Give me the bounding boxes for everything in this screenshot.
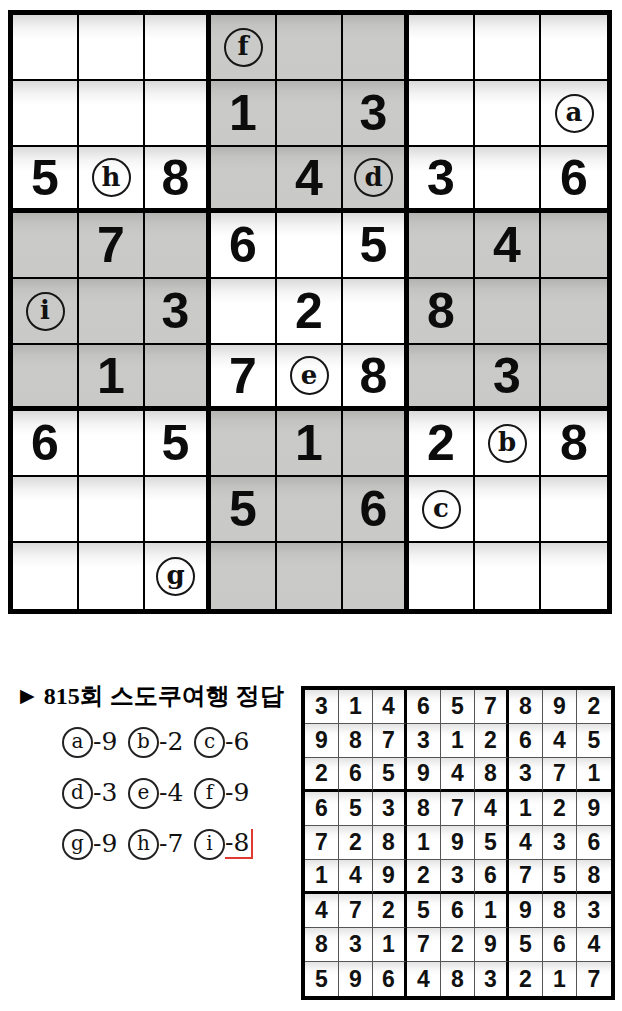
puzzle-cell-r7c6[interactable] [343, 411, 409, 477]
puzzle-cell-r6c8: 3 [475, 345, 541, 411]
solution-cell-r2c5: 1 [441, 724, 475, 758]
solution-cell-r6c2: 4 [339, 860, 373, 894]
circled-letter-b: b [128, 727, 159, 758]
solution-cell-r4c3: 3 [373, 792, 407, 826]
puzzle-cell-r1c3[interactable] [145, 15, 211, 81]
solution-cell-r8c6: 9 [475, 928, 509, 962]
puzzle-cell-r9c5[interactable] [277, 543, 343, 609]
puzzle-cell-r3c6[interactable]: d [343, 147, 409, 213]
puzzle-cell-r8c8[interactable] [475, 477, 541, 543]
solution-cell-r7c5: 6 [441, 894, 475, 928]
solution-cell-r9c7: 2 [509, 962, 543, 996]
solution-cell-r2c6: 2 [475, 724, 509, 758]
answer-item-h: h-7 [128, 826, 194, 862]
puzzle-cell-r7c3: 5 [145, 411, 211, 477]
solution-cell-r7c1: 4 [305, 894, 339, 928]
solution-cell-r5c8: 3 [543, 826, 577, 860]
given-digit: 8 [162, 153, 190, 203]
answer-value-b: -2 [159, 728, 183, 756]
answer-value-g: -9 [93, 830, 117, 858]
puzzle-cell-r6c5[interactable]: e [277, 345, 343, 411]
solution-cell-r7c4: 5 [407, 894, 441, 928]
puzzle-cell-r6c9[interactable] [541, 345, 607, 411]
puzzle-cell-r3c5: 4 [277, 147, 343, 213]
circled-letter-c: c [422, 490, 461, 529]
puzzle-cell-r1c4[interactable]: f [211, 15, 277, 81]
solution-cell-r1c7: 8 [509, 690, 543, 724]
puzzle-cell-r1c6[interactable] [343, 15, 409, 81]
given-digit: 6 [31, 418, 59, 468]
answer-item-f: f-9 [194, 775, 260, 811]
given-digit: 8 [427, 286, 455, 336]
circled-letter-i: i [26, 292, 65, 331]
triangle-bullet-icon: ▶ [20, 684, 35, 706]
given-digit: 2 [427, 418, 455, 468]
solution-cell-r9c1: 5 [305, 962, 339, 996]
solution-cell-r5c4: 1 [407, 826, 441, 860]
puzzle-cell-r5c3: 3 [145, 279, 211, 345]
solution-grid: 3146578929873126452659483716538741297281… [301, 686, 615, 1000]
puzzle-cell-r5c8[interactable] [475, 279, 541, 345]
puzzle-cell-r1c5[interactable] [277, 15, 343, 81]
puzzle-cell-r6c2: 1 [79, 345, 145, 411]
solution-cell-r7c2: 7 [339, 894, 373, 928]
solution-cell-r9c6: 3 [475, 962, 509, 996]
answer-value-c: -6 [225, 728, 249, 756]
puzzle-cell-r8c2[interactable] [79, 477, 145, 543]
puzzle-cell-r4c3[interactable] [145, 213, 211, 279]
given-digit: 6 [560, 153, 588, 203]
puzzle-cell-r2c4: 1 [211, 81, 277, 147]
solution-cell-r8c9: 4 [577, 928, 611, 962]
solution-cell-r7c9: 3 [577, 894, 611, 928]
puzzle-cell-r9c2[interactable] [79, 543, 145, 609]
solution-cell-r4c4: 8 [407, 792, 441, 826]
solution-cell-r8c2: 3 [339, 928, 373, 962]
circled-letter-c: c [194, 727, 225, 758]
puzzle-cell-r3c4[interactable] [211, 147, 277, 213]
solution-cell-r8c3: 1 [373, 928, 407, 962]
puzzle-cell-r4c8: 4 [475, 213, 541, 279]
solution-cell-r6c3: 9 [373, 860, 407, 894]
answer-key-title-text: 815회 스도쿠여행 정답 [44, 683, 284, 709]
puzzle-cell-r2c1[interactable] [13, 81, 79, 147]
puzzle-cell-r2c7[interactable] [409, 81, 475, 147]
puzzle-cell-r9c9[interactable] [541, 543, 607, 609]
solution-cell-r9c3: 6 [373, 962, 407, 996]
puzzle-cell-r8c7[interactable]: c [409, 477, 475, 543]
circled-letter-f: f [224, 28, 263, 67]
puzzle-cell-r3c1: 5 [13, 147, 79, 213]
solution-cell-r8c1: 8 [305, 928, 339, 962]
circled-letter-i: i [194, 829, 225, 860]
solution-cell-r6c9: 8 [577, 860, 611, 894]
solution-cell-r7c3: 2 [373, 894, 407, 928]
given-digit: 1 [229, 88, 257, 138]
answer-value-d: -3 [93, 779, 117, 807]
puzzle-cell-r5c6[interactable] [343, 279, 409, 345]
puzzle-cell-r3c7: 3 [409, 147, 475, 213]
solution-cell-r1c5: 5 [441, 690, 475, 724]
solution-cell-r8c5: 2 [441, 928, 475, 962]
puzzle-cell-r4c2: 7 [79, 213, 145, 279]
puzzle-cell-r8c1[interactable] [13, 477, 79, 543]
solution-cell-r6c6: 6 [475, 860, 509, 894]
answer-key-items: a-9b-2c-6d-3e-4f-9g-9h-7i-8 [62, 724, 260, 862]
answer-item-d: d-3 [62, 775, 128, 811]
puzzle-cell-r5c2[interactable] [79, 279, 145, 345]
circled-letter-b: b [488, 424, 527, 463]
given-digit: 6 [360, 484, 388, 534]
solution-cell-r6c4: 2 [407, 860, 441, 894]
puzzle-cell-r7c5: 1 [277, 411, 343, 477]
solution-cell-r4c5: 7 [441, 792, 475, 826]
answer-value-e: -4 [159, 779, 183, 807]
answer-item-b: b-2 [128, 724, 194, 760]
puzzle-cell-r8c4: 5 [211, 477, 277, 543]
circled-letter-g: g [62, 829, 93, 860]
solution-cell-r5c7: 4 [509, 826, 543, 860]
solution-cell-r2c8: 4 [543, 724, 577, 758]
solution-cell-r1c4: 6 [407, 690, 441, 724]
puzzle-cell-r3c2[interactable]: h [79, 147, 145, 213]
solution-cell-r1c3: 4 [373, 690, 407, 724]
answer-item-e: e-4 [128, 775, 194, 811]
solution-cell-r1c8: 9 [543, 690, 577, 724]
circled-letter-h: h [128, 829, 159, 860]
solution-cell-r5c2: 2 [339, 826, 373, 860]
given-digit: 8 [360, 351, 388, 401]
answer-value-a: -9 [93, 728, 117, 756]
puzzle-cell-r4c6: 5 [343, 213, 409, 279]
solution-cell-r7c7: 9 [509, 894, 543, 928]
solution-cell-r2c1: 9 [305, 724, 339, 758]
solution-cell-r5c9: 6 [577, 826, 611, 860]
solution-cell-r4c2: 5 [339, 792, 373, 826]
answer-item-g: g-9 [62, 826, 128, 862]
puzzle-cell-r4c1[interactable] [13, 213, 79, 279]
solution-cell-r9c5: 8 [441, 962, 475, 996]
solution-cell-r1c9: 2 [577, 690, 611, 724]
solution-cell-r3c7: 3 [509, 758, 543, 792]
puzzle-grid: f13a5h84d367654i32817e836512b856cg [8, 10, 612, 614]
puzzle-cell-r5c4[interactable] [211, 279, 277, 345]
solution-cell-r3c6: 8 [475, 758, 509, 792]
given-digit: 8 [560, 418, 588, 468]
puzzle-cell-r4c4: 6 [211, 213, 277, 279]
solution-cell-r3c2: 6 [339, 758, 373, 792]
puzzle-cell-r3c3: 8 [145, 147, 211, 213]
given-digit: 7 [229, 351, 257, 401]
solution-cell-r8c7: 5 [509, 928, 543, 962]
given-digit: 3 [162, 286, 190, 336]
puzzle-cell-r2c9[interactable]: a [541, 81, 607, 147]
puzzle-cell-r1c1[interactable] [13, 15, 79, 81]
solution-cell-r1c6: 7 [475, 690, 509, 724]
puzzle-cell-r4c9[interactable] [541, 213, 607, 279]
given-digit: 5 [229, 484, 257, 534]
puzzle-cell-r1c2[interactable] [79, 15, 145, 81]
solution-cell-r1c2: 1 [339, 690, 373, 724]
circled-letter-a: a [62, 727, 93, 758]
given-digit: 3 [360, 88, 388, 138]
circled-letter-g: g [156, 557, 195, 596]
solution-cell-r9c9: 7 [577, 962, 611, 996]
solution-cell-r6c5: 3 [441, 860, 475, 894]
solution-cell-r5c6: 5 [475, 826, 509, 860]
given-digit: 1 [97, 351, 125, 401]
solution-cell-r7c8: 8 [543, 894, 577, 928]
given-digit: 3 [493, 351, 521, 401]
given-digit: 5 [162, 418, 190, 468]
puzzle-cell-r7c8[interactable]: b [475, 411, 541, 477]
puzzle-cell-r3c8[interactable] [475, 147, 541, 213]
solution-cell-r2c3: 7 [373, 724, 407, 758]
given-digit: 7 [97, 220, 125, 270]
answer-value-f: -9 [225, 779, 249, 807]
circled-letter-f: f [194, 778, 225, 809]
solution-cell-r8c8: 6 [543, 928, 577, 962]
solution-cell-r6c1: 1 [305, 860, 339, 894]
puzzle-cell-r2c3[interactable] [145, 81, 211, 147]
puzzle-cell-r3c9: 6 [541, 147, 607, 213]
given-digit: 5 [31, 153, 59, 203]
puzzle-cell-r6c4: 7 [211, 345, 277, 411]
puzzle-cell-r7c1: 6 [13, 411, 79, 477]
given-digit: 3 [427, 153, 455, 203]
puzzle-cell-r6c6: 8 [343, 345, 409, 411]
puzzle-cell-r1c8[interactable] [475, 15, 541, 81]
answer-value-i: -8 [225, 829, 253, 860]
circled-letter-a: a [555, 94, 594, 133]
puzzle-cell-r8c5[interactable] [277, 477, 343, 543]
solution-cell-r6c8: 5 [543, 860, 577, 894]
answer-value-h: -7 [159, 830, 183, 858]
solution-cell-r4c6: 4 [475, 792, 509, 826]
puzzle-cell-r8c3[interactable] [145, 477, 211, 543]
answer-item-c: c-6 [194, 724, 260, 760]
puzzle-cell-r7c4[interactable] [211, 411, 277, 477]
circled-letter-d: d [62, 778, 93, 809]
puzzle-cell-r6c1[interactable] [13, 345, 79, 411]
solution-cell-r1c1: 3 [305, 690, 339, 724]
puzzle-cell-r7c9: 8 [541, 411, 607, 477]
puzzle-cell-r9c8[interactable] [475, 543, 541, 609]
circled-letter-d: d [354, 158, 393, 197]
answer-key-title: ▶815회 스도쿠여행 정답 [20, 680, 284, 712]
puzzle-cell-r9c1[interactable] [13, 543, 79, 609]
puzzle-cell-r4c7[interactable] [409, 213, 475, 279]
solution-cell-r2c2: 8 [339, 724, 373, 758]
circled-letter-e: e [290, 356, 329, 395]
puzzle-cell-r6c7[interactable] [409, 345, 475, 411]
solution-cell-r4c8: 2 [543, 792, 577, 826]
solution-cell-r4c1: 6 [305, 792, 339, 826]
solution-cell-r5c5: 9 [441, 826, 475, 860]
solution-cell-r5c3: 8 [373, 826, 407, 860]
solution-cell-r2c7: 6 [509, 724, 543, 758]
given-digit: 4 [295, 153, 323, 203]
puzzle-cell-r9c7[interactable] [409, 543, 475, 609]
solution-cell-r3c8: 7 [543, 758, 577, 792]
given-digit: 5 [360, 220, 388, 270]
solution-cell-r3c5: 4 [441, 758, 475, 792]
solution-cell-r8c4: 7 [407, 928, 441, 962]
solution-cell-r3c4: 9 [407, 758, 441, 792]
solution-cell-r3c1: 2 [305, 758, 339, 792]
solution-cell-r3c3: 5 [373, 758, 407, 792]
solution-cell-r5c1: 7 [305, 826, 339, 860]
answer-item-i: i-8 [194, 826, 260, 862]
puzzle-cell-r9c6[interactable] [343, 543, 409, 609]
puzzle-cell-r7c7: 2 [409, 411, 475, 477]
given-digit: 1 [295, 418, 323, 468]
solution-cell-r2c9: 5 [577, 724, 611, 758]
circled-letter-h: h [92, 158, 131, 197]
puzzle-cell-r8c9[interactable] [541, 477, 607, 543]
solution-cell-r9c4: 4 [407, 962, 441, 996]
answer-item-a: a-9 [62, 724, 128, 760]
given-digit: 6 [229, 220, 257, 270]
puzzle-cell-r6c3[interactable] [145, 345, 211, 411]
puzzle-cell-r5c9[interactable] [541, 279, 607, 345]
solution-cell-r2c4: 3 [407, 724, 441, 758]
given-digit: 2 [295, 286, 323, 336]
solution-cell-r6c7: 7 [509, 860, 543, 894]
puzzle-cell-r5c1[interactable]: i [13, 279, 79, 345]
puzzle-cell-r8c6: 6 [343, 477, 409, 543]
solution-cell-r7c6: 1 [475, 894, 509, 928]
puzzle-cell-r9c3[interactable]: g [145, 543, 211, 609]
solution-cell-r4c9: 9 [577, 792, 611, 826]
puzzle-cell-r9c4[interactable] [211, 543, 277, 609]
puzzle-cell-r2c8[interactable] [475, 81, 541, 147]
puzzle-cell-r1c9[interactable] [541, 15, 607, 81]
puzzle-cell-r5c7: 8 [409, 279, 475, 345]
puzzle-cell-r2c6: 3 [343, 81, 409, 147]
puzzle-cell-r2c5[interactable] [277, 81, 343, 147]
puzzle-cell-r1c7[interactable] [409, 15, 475, 81]
puzzle-cell-r2c2[interactable] [79, 81, 145, 147]
solution-cell-r3c9: 1 [577, 758, 611, 792]
solution-cell-r9c8: 1 [543, 962, 577, 996]
solution-cell-r9c2: 9 [339, 962, 373, 996]
circled-letter-e: e [128, 778, 159, 809]
puzzle-cell-r4c5[interactable] [277, 213, 343, 279]
puzzle-cell-r7c2[interactable] [79, 411, 145, 477]
solution-cell-r4c7: 1 [509, 792, 543, 826]
puzzle-cell-r5c5: 2 [277, 279, 343, 345]
given-digit: 4 [493, 220, 521, 270]
